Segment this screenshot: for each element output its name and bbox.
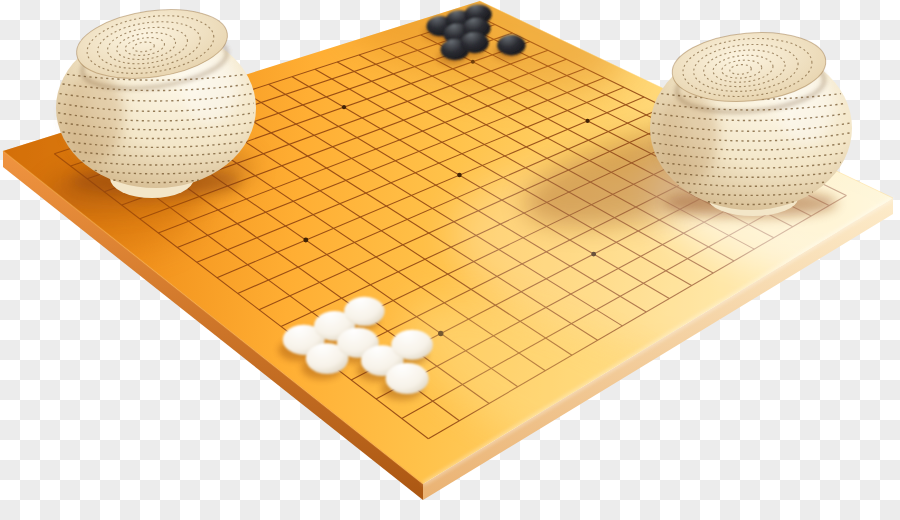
black-stone-group: ●●●●●●●●: [424, 0, 527, 64]
black-stone[interactable]: ●: [458, 25, 491, 56]
star-point: [342, 105, 346, 109]
go-board-photo: ●●●●●●●● ●●●●●●●●: [0, 0, 900, 520]
star-point: [586, 119, 590, 123]
black-stone[interactable]: ●: [495, 28, 528, 59]
white-stone[interactable]: ●: [382, 351, 431, 399]
star-point: [303, 238, 308, 243]
goban-scene: ●●●●●●●● ●●●●●●●●: [0, 0, 900, 520]
star-point: [457, 173, 461, 177]
bowl-left-shade: [64, 72, 124, 160]
